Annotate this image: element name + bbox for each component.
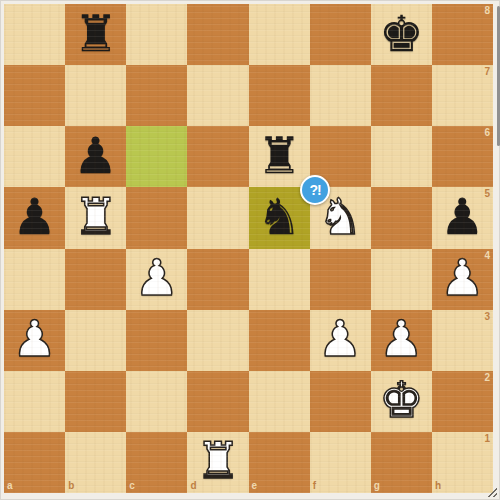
square-d3[interactable]	[187, 310, 248, 371]
file-label-a: a	[7, 481, 13, 491]
square-g4[interactable]	[371, 249, 432, 310]
square-b5[interactable]: ♜	[65, 187, 126, 248]
square-b2[interactable]	[65, 371, 126, 432]
square-e1[interactable]: e	[249, 432, 310, 493]
piece-white-pawn-a3[interactable]: ♟	[12, 314, 57, 364]
square-d1[interactable]: ♜d	[187, 432, 248, 493]
file-label-c: c	[129, 481, 135, 491]
square-b4[interactable]	[65, 249, 126, 310]
square-b6[interactable]: ♟	[65, 126, 126, 187]
file-label-h: h	[435, 481, 441, 491]
square-h1[interactable]: h1	[432, 432, 493, 493]
piece-black-pawn-a5[interactable]: ♟	[12, 192, 57, 242]
square-h8[interactable]: 8	[432, 4, 493, 65]
square-h2[interactable]: 2	[432, 371, 493, 432]
piece-black-knight-e5[interactable]: ♞	[257, 192, 302, 242]
square-a8[interactable]	[4, 4, 65, 65]
square-g7[interactable]	[371, 65, 432, 126]
piece-white-rook-b5[interactable]: ♜	[73, 192, 118, 242]
square-c7[interactable]	[126, 65, 187, 126]
square-c1[interactable]: c	[126, 432, 187, 493]
board-frame: ♜♚87♟♜6♟♜♞♞♟5♟♟4♟♟♟3♚2abc♜defgh1 ?!	[0, 0, 500, 500]
square-a6[interactable]	[4, 126, 65, 187]
square-f2[interactable]	[310, 371, 371, 432]
file-label-e: e	[252, 481, 258, 491]
square-b7[interactable]	[65, 65, 126, 126]
square-c5[interactable]	[126, 187, 187, 248]
square-f3[interactable]: ♟	[310, 310, 371, 371]
square-h3[interactable]: 3	[432, 310, 493, 371]
piece-white-pawn-f3[interactable]: ♟	[318, 314, 363, 364]
square-c4[interactable]: ♟	[126, 249, 187, 310]
square-f1[interactable]: f	[310, 432, 371, 493]
square-b3[interactable]	[65, 310, 126, 371]
piece-white-rook-d1[interactable]: ♜	[196, 436, 241, 486]
file-label-g: g	[374, 481, 380, 491]
square-c2[interactable]	[126, 371, 187, 432]
square-a3[interactable]: ♟	[4, 310, 65, 371]
rank-label-4: 4	[484, 251, 490, 261]
square-e7[interactable]	[249, 65, 310, 126]
square-f7[interactable]	[310, 65, 371, 126]
piece-black-pawn-b6[interactable]: ♟	[73, 131, 118, 181]
chess-board[interactable]: ♜♚87♟♜6♟♜♞♞♟5♟♟4♟♟♟3♚2abc♜defgh1	[4, 4, 493, 493]
piece-white-king-g2[interactable]: ♚	[379, 375, 424, 425]
square-a5[interactable]: ♟	[4, 187, 65, 248]
square-g1[interactable]: g	[371, 432, 432, 493]
square-b8[interactable]: ♜	[65, 4, 126, 65]
square-e4[interactable]	[249, 249, 310, 310]
square-e8[interactable]	[249, 4, 310, 65]
square-f8[interactable]	[310, 4, 371, 65]
square-d8[interactable]	[187, 4, 248, 65]
rank-label-5: 5	[484, 189, 490, 199]
square-d6[interactable]	[187, 126, 248, 187]
square-d2[interactable]	[187, 371, 248, 432]
square-a1[interactable]: a	[4, 432, 65, 493]
piece-white-pawn-g3[interactable]: ♟	[379, 314, 424, 364]
square-a4[interactable]	[4, 249, 65, 310]
square-d4[interactable]	[187, 249, 248, 310]
square-h5[interactable]: ♟5	[432, 187, 493, 248]
square-g5[interactable]	[371, 187, 432, 248]
square-d5[interactable]	[187, 187, 248, 248]
square-h6[interactable]: 6	[432, 126, 493, 187]
piece-black-king-g8[interactable]: ♚	[379, 9, 424, 59]
piece-white-pawn-c4[interactable]: ♟	[134, 253, 179, 303]
square-c3[interactable]	[126, 310, 187, 371]
square-e6[interactable]: ♜	[249, 126, 310, 187]
square-g6[interactable]	[371, 126, 432, 187]
piece-white-pawn-h4[interactable]: ♟	[440, 253, 485, 303]
piece-black-rook-b8[interactable]: ♜	[73, 9, 118, 59]
square-c8[interactable]	[126, 4, 187, 65]
square-f4[interactable]	[310, 249, 371, 310]
square-h4[interactable]: ♟4	[432, 249, 493, 310]
square-a2[interactable]	[4, 371, 65, 432]
rank-label-1: 1	[484, 434, 490, 444]
rank-label-6: 6	[484, 128, 490, 138]
file-label-b: b	[68, 481, 74, 491]
piece-black-pawn-h5[interactable]: ♟	[440, 192, 485, 242]
square-g2[interactable]: ♚	[371, 371, 432, 432]
square-g3[interactable]: ♟	[371, 310, 432, 371]
rank-label-2: 2	[484, 373, 490, 383]
annotation-glyph: ?!	[309, 182, 320, 198]
rank-label-3: 3	[484, 312, 490, 322]
move-annotation-badge: ?!	[300, 175, 330, 205]
square-e3[interactable]	[249, 310, 310, 371]
square-d7[interactable]	[187, 65, 248, 126]
rank-label-8: 8	[484, 6, 490, 16]
square-c6[interactable]	[126, 126, 187, 187]
square-a7[interactable]	[4, 65, 65, 126]
square-e2[interactable]	[249, 371, 310, 432]
square-b1[interactable]: b	[65, 432, 126, 493]
rank-label-7: 7	[484, 67, 490, 77]
square-h7[interactable]: 7	[432, 65, 493, 126]
square-e5[interactable]: ♞	[249, 187, 310, 248]
file-label-f: f	[313, 481, 316, 491]
square-g8[interactable]: ♚	[371, 4, 432, 65]
piece-black-rook-e6[interactable]: ♜	[257, 131, 302, 181]
